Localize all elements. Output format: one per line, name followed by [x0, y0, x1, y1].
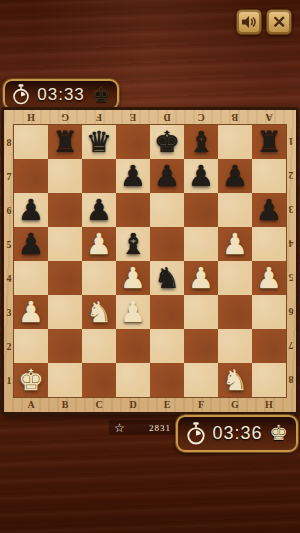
black-rook[interactable]: ♜	[256, 125, 282, 159]
square-h5[interactable]	[252, 227, 286, 261]
stopwatch-icon	[186, 422, 206, 445]
square-d5[interactable]: ♝	[116, 227, 150, 261]
black-pawn[interactable]: ♟	[18, 193, 44, 227]
rank-labels-left: 87654321	[4, 125, 14, 397]
black-pawn[interactable]: ♟	[222, 159, 248, 193]
white-king-icon: ♚	[269, 423, 288, 444]
square-c2[interactable]	[82, 329, 116, 363]
square-h1[interactable]	[252, 363, 286, 397]
square-c3[interactable]: ♞	[82, 295, 116, 329]
square-a3[interactable]: ♟	[14, 295, 48, 329]
rank-label-left-7: 7	[7, 171, 12, 182]
square-b1[interactable]	[48, 363, 82, 397]
square-a8[interactable]	[14, 125, 48, 159]
square-f7[interactable]: ♟	[184, 159, 218, 193]
square-d7[interactable]: ♟	[116, 159, 150, 193]
square-h3[interactable]	[252, 295, 286, 329]
black-knight[interactable]: ♞	[154, 261, 180, 295]
file-label-bottom-d: D	[129, 399, 136, 410]
close-button[interactable]: ✕	[266, 9, 292, 35]
square-e1[interactable]	[150, 363, 184, 397]
chess-board: ABCDEFGH 87654321 ♜♛♚♝♜♟♟♟♟♟♟♟♟♟♝♟♟♞♟♟♟♞…	[1, 107, 299, 415]
square-h2[interactable]	[252, 329, 286, 363]
file-label-top-g: G	[61, 112, 69, 123]
rank-labels-right: 87654321	[286, 125, 296, 397]
white-clock-time: 03:36	[212, 423, 263, 444]
rank-label-right-4: 4	[289, 239, 294, 250]
square-b3[interactable]	[48, 295, 82, 329]
square-a2[interactable]	[14, 329, 48, 363]
rank-label-left-8: 8	[7, 137, 12, 148]
square-e5[interactable]	[150, 227, 184, 261]
square-e4[interactable]: ♞	[150, 261, 184, 295]
square-d4[interactable]: ♟	[116, 261, 150, 295]
square-g8[interactable]	[218, 125, 252, 159]
sound-button[interactable]	[236, 9, 262, 35]
file-label-bottom-f: F	[198, 399, 204, 410]
rank-label-left-4: 4	[7, 273, 12, 284]
square-h6[interactable]: ♟	[252, 193, 286, 227]
square-f1[interactable]	[184, 363, 218, 397]
rank-label-right-3: 3	[289, 205, 294, 216]
square-e7[interactable]: ♟	[150, 159, 184, 193]
file-label-top-f: F	[96, 112, 102, 123]
square-f5[interactable]	[184, 227, 218, 261]
white-pawn[interactable]: ♟	[222, 227, 248, 261]
square-e6[interactable]	[150, 193, 184, 227]
square-d3[interactable]: ♟	[116, 295, 150, 329]
square-b2[interactable]	[48, 329, 82, 363]
square-b4[interactable]	[48, 261, 82, 295]
rank-label-left-3: 3	[7, 307, 12, 318]
chess-app-screen: ✕ 03:33 ♚ ABCDEFGH 87654321 ♜♛♚♝♜♟♟♟♟♟♟♟…	[0, 0, 300, 533]
black-pawn[interactable]: ♟	[256, 193, 282, 227]
square-f3[interactable]	[184, 295, 218, 329]
square-c6[interactable]: ♟	[82, 193, 116, 227]
square-d8[interactable]	[116, 125, 150, 159]
square-c5[interactable]: ♟	[82, 227, 116, 261]
white-knight[interactable]: ♞	[86, 295, 112, 329]
square-g7[interactable]: ♟	[218, 159, 252, 193]
rank-label-left-5: 5	[7, 239, 12, 250]
square-h7[interactable]	[252, 159, 286, 193]
rank-label-left-6: 6	[7, 205, 12, 216]
square-a7[interactable]	[14, 159, 48, 193]
black-clock-time: 03:33	[35, 85, 87, 105]
square-g4[interactable]	[218, 261, 252, 295]
file-label-bottom-b: B	[62, 399, 69, 410]
board-corner	[4, 110, 14, 125]
rank-label-right-8: 8	[289, 375, 294, 386]
square-g6[interactable]	[218, 193, 252, 227]
rating-strip: ☆ 2831	[109, 420, 176, 435]
black-bishop[interactable]: ♝	[120, 227, 146, 261]
black-pawn[interactable]: ♟	[86, 193, 112, 227]
square-c4[interactable]	[82, 261, 116, 295]
chess-board-squares: ♜♛♚♝♜♟♟♟♟♟♟♟♟♟♝♟♟♞♟♟♟♞♟♚♞	[14, 125, 286, 397]
square-b8[interactable]: ♜	[48, 125, 82, 159]
square-f4[interactable]: ♟	[184, 261, 218, 295]
black-pawn[interactable]: ♟	[120, 159, 146, 193]
square-g1[interactable]: ♞	[218, 363, 252, 397]
file-label-top-b: B	[232, 112, 239, 123]
white-pawn[interactable]: ♟	[18, 295, 44, 329]
white-player-clock: 03:36 ♚	[176, 415, 298, 452]
square-e2[interactable]	[150, 329, 184, 363]
black-pawn[interactable]: ♟	[154, 159, 180, 193]
square-f6[interactable]	[184, 193, 218, 227]
square-a4[interactable]	[14, 261, 48, 295]
file-label-bottom-h: H	[265, 399, 273, 410]
black-king[interactable]: ♚	[154, 125, 180, 159]
file-label-top-h: H	[27, 112, 35, 123]
file-labels-bottom: ABCDEFGH	[14, 397, 286, 412]
rank-label-right-2: 2	[289, 171, 294, 182]
board-corner	[286, 397, 296, 412]
square-g5[interactable]: ♟	[218, 227, 252, 261]
square-a6[interactable]: ♟	[14, 193, 48, 227]
board-corner	[4, 397, 14, 412]
black-king-icon: ♚	[92, 85, 110, 105]
black-pawn[interactable]: ♟	[188, 159, 214, 193]
board-corner	[286, 110, 296, 125]
rank-label-right-1: 1	[289, 137, 294, 148]
black-pawn[interactable]: ♟	[18, 227, 44, 261]
square-h8[interactable]: ♜	[252, 125, 286, 159]
square-g2[interactable]	[218, 329, 252, 363]
square-b7[interactable]	[48, 159, 82, 193]
file-label-bottom-c: C	[95, 399, 102, 410]
square-c8[interactable]: ♛	[82, 125, 116, 159]
rank-label-right-6: 6	[289, 307, 294, 318]
black-queen[interactable]: ♛	[86, 125, 112, 159]
square-c1[interactable]	[82, 363, 116, 397]
rank-label-left-1: 1	[7, 375, 12, 386]
square-b6[interactable]	[48, 193, 82, 227]
square-c7[interactable]	[82, 159, 116, 193]
speaker-icon	[241, 15, 257, 29]
white-pawn[interactable]: ♟	[120, 295, 146, 329]
rating-value: 2831	[149, 423, 171, 433]
file-label-bottom-e: E	[164, 399, 171, 410]
square-b5[interactable]	[48, 227, 82, 261]
white-king[interactable]: ♚	[18, 363, 44, 397]
white-pawn[interactable]: ♟	[86, 227, 112, 261]
file-label-top-e: E	[130, 112, 137, 123]
square-h4[interactable]: ♟	[252, 261, 286, 295]
rank-label-right-7: 7	[289, 341, 294, 352]
file-label-top-d: D	[163, 112, 170, 123]
square-d2[interactable]	[116, 329, 150, 363]
file-label-top-c: C	[197, 112, 204, 123]
square-f8[interactable]: ♝	[184, 125, 218, 159]
rank-label-right-5: 5	[289, 273, 294, 284]
square-f2[interactable]	[184, 329, 218, 363]
square-g3[interactable]	[218, 295, 252, 329]
square-d6[interactable]	[116, 193, 150, 227]
square-e8[interactable]: ♚	[150, 125, 184, 159]
square-e3[interactable]	[150, 295, 184, 329]
white-pawn[interactable]: ♟	[120, 261, 146, 295]
square-d1[interactable]	[116, 363, 150, 397]
square-a5[interactable]: ♟	[14, 227, 48, 261]
black-rook[interactable]: ♜	[52, 125, 78, 159]
black-player-clock: 03:33 ♚	[3, 79, 119, 110]
rank-label-left-2: 2	[7, 341, 12, 352]
white-pawn[interactable]: ♟	[256, 261, 282, 295]
square-a1[interactable]: ♚	[14, 363, 48, 397]
white-pawn[interactable]: ♟	[188, 261, 214, 295]
file-label-bottom-g: G	[231, 399, 239, 410]
file-label-bottom-a: A	[27, 399, 34, 410]
star-icon: ☆	[114, 422, 125, 434]
close-x-icon: ✕	[272, 14, 286, 31]
stopwatch-icon	[12, 84, 30, 105]
white-knight[interactable]: ♞	[222, 363, 248, 397]
black-bishop[interactable]: ♝	[188, 125, 214, 159]
file-label-top-a: A	[265, 112, 272, 123]
file-labels-top: ABCDEFGH	[14, 110, 286, 125]
